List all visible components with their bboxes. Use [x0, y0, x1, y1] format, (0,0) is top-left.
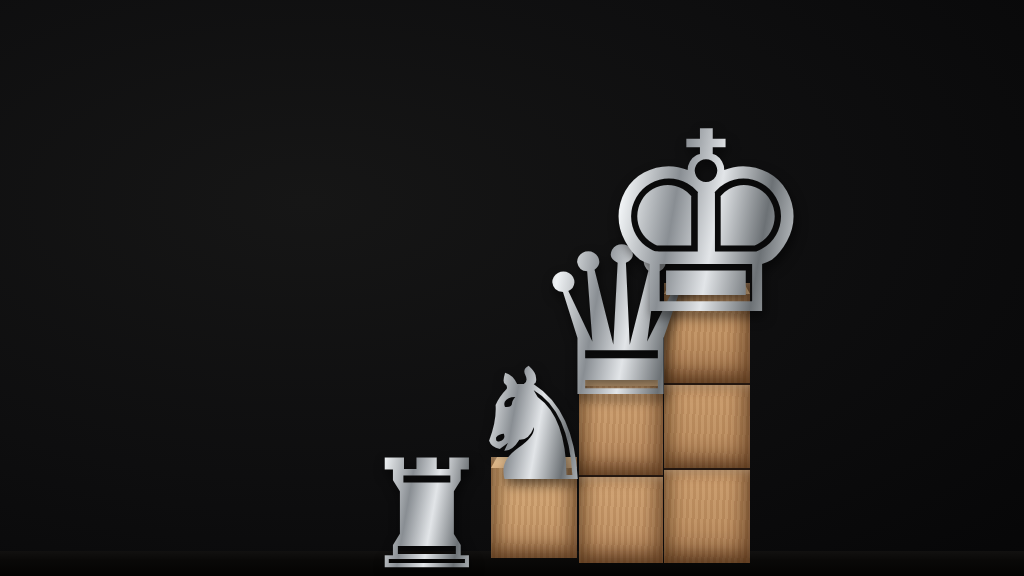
wood-block-king-bottom: [664, 468, 750, 563]
king-piece: ♚: [581, 100, 831, 350]
scene: ♜ ♞ ♛ ♚: [0, 0, 1024, 576]
